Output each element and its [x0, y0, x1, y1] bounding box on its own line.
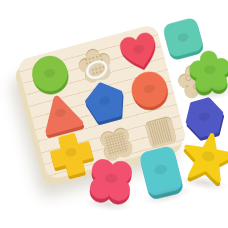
toy-photo-scene: [0, 0, 228, 228]
loose-pieces-layer: [0, 0, 228, 228]
piece-pink-flower[interactable]: [82, 151, 139, 208]
piece-green-flower[interactable]: [184, 45, 228, 98]
